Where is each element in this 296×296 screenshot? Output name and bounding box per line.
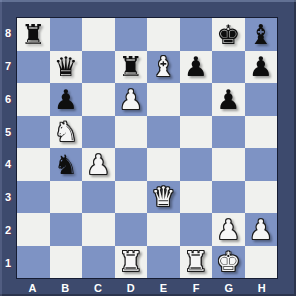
square-e1[interactable] <box>147 246 180 279</box>
square-d5[interactable] <box>115 116 148 149</box>
file-label-d: D <box>114 280 147 296</box>
black-rook-d7[interactable]: ♜ <box>119 53 143 80</box>
square-d1[interactable]: ♜ <box>115 246 148 279</box>
square-a1[interactable] <box>17 246 50 279</box>
white-pawn-d6[interactable]: ♟ <box>119 86 143 113</box>
square-h1[interactable] <box>245 246 278 279</box>
square-d8[interactable] <box>115 18 148 51</box>
white-king-g1[interactable]: ♚ <box>216 248 240 275</box>
square-c5[interactable] <box>82 116 115 149</box>
square-e2[interactable] <box>147 213 180 246</box>
black-bishop-h8[interactable]: ♝ <box>249 21 273 48</box>
square-g3[interactable] <box>212 181 245 214</box>
square-b3[interactable] <box>50 181 83 214</box>
square-c1[interactable] <box>82 246 115 279</box>
square-c4[interactable]: ♟ <box>82 148 115 181</box>
square-g2[interactable]: ♟ <box>212 213 245 246</box>
file-label-f: F <box>180 280 213 296</box>
square-b4[interactable]: ♞ <box>50 148 83 181</box>
square-e3[interactable]: ♛ <box>147 181 180 214</box>
chess-board: ♜♚♝♛♜♝♟♟♟♟♟♞♞♟♛♟♟♜♜♚ <box>16 17 278 279</box>
rank-label-8: 8 <box>0 17 16 50</box>
black-pawn-g6[interactable]: ♟ <box>216 86 240 113</box>
square-g7[interactable] <box>212 51 245 84</box>
square-e7[interactable]: ♝ <box>147 51 180 84</box>
square-h8[interactable]: ♝ <box>245 18 278 51</box>
chess-board-frame: 87654321 ♜♚♝♛♜♝♟♟♟♟♟♞♞♟♛♟♟♜♜♚ ABCDEFGH <box>0 0 296 296</box>
black-pawn-h7[interactable]: ♟ <box>249 53 273 80</box>
square-a3[interactable] <box>17 181 50 214</box>
rank-label-6: 6 <box>0 83 16 116</box>
square-c7[interactable] <box>82 51 115 84</box>
square-a2[interactable] <box>17 213 50 246</box>
square-f3[interactable] <box>180 181 213 214</box>
file-label-e: E <box>147 280 180 296</box>
black-pawn-b6[interactable]: ♟ <box>54 86 78 113</box>
square-b7[interactable]: ♛ <box>50 51 83 84</box>
square-a6[interactable] <box>17 83 50 116</box>
square-a7[interactable] <box>17 51 50 84</box>
file-label-c: C <box>82 280 115 296</box>
black-rook-a8[interactable]: ♜ <box>21 21 45 48</box>
square-g4[interactable] <box>212 148 245 181</box>
square-b2[interactable] <box>50 213 83 246</box>
rank-label-3: 3 <box>0 181 16 214</box>
rank-label-4: 4 <box>0 148 16 181</box>
white-pawn-h2[interactable]: ♟ <box>249 216 273 243</box>
white-rook-d1[interactable]: ♜ <box>119 248 143 275</box>
square-c2[interactable] <box>82 213 115 246</box>
square-g1[interactable]: ♚ <box>212 246 245 279</box>
square-f5[interactable] <box>180 116 213 149</box>
square-b5[interactable]: ♞ <box>50 116 83 149</box>
square-g5[interactable] <box>212 116 245 149</box>
square-c8[interactable] <box>82 18 115 51</box>
square-b1[interactable] <box>50 246 83 279</box>
black-queen-b7[interactable]: ♛ <box>54 53 78 80</box>
square-f4[interactable] <box>180 148 213 181</box>
square-f6[interactable] <box>180 83 213 116</box>
rank-label-5: 5 <box>0 115 16 148</box>
file-label-h: H <box>245 280 278 296</box>
square-b8[interactable] <box>50 18 83 51</box>
file-label-g: G <box>213 280 246 296</box>
square-a8[interactable]: ♜ <box>17 18 50 51</box>
square-a4[interactable] <box>17 148 50 181</box>
rank-label-7: 7 <box>0 50 16 83</box>
square-g8[interactable]: ♚ <box>212 18 245 51</box>
file-label-b: B <box>49 280 82 296</box>
rank-labels: 87654321 <box>0 17 16 279</box>
square-h4[interactable] <box>245 148 278 181</box>
square-e8[interactable] <box>147 18 180 51</box>
square-h7[interactable]: ♟ <box>245 51 278 84</box>
square-h2[interactable]: ♟ <box>245 213 278 246</box>
white-queen-e3[interactable]: ♛ <box>151 183 175 210</box>
black-king-g8[interactable]: ♚ <box>216 21 240 48</box>
square-f2[interactable] <box>180 213 213 246</box>
square-g6[interactable]: ♟ <box>212 83 245 116</box>
square-d7[interactable]: ♜ <box>115 51 148 84</box>
black-knight-b4[interactable]: ♞ <box>54 151 78 178</box>
square-a5[interactable] <box>17 116 50 149</box>
square-e6[interactable] <box>147 83 180 116</box>
rank-label-1: 1 <box>0 246 16 279</box>
square-c3[interactable] <box>82 181 115 214</box>
file-label-a: A <box>16 280 49 296</box>
white-rook-f1[interactable]: ♜ <box>184 248 208 275</box>
square-f7[interactable]: ♟ <box>180 51 213 84</box>
square-f1[interactable]: ♜ <box>180 246 213 279</box>
square-f8[interactable] <box>180 18 213 51</box>
file-labels: ABCDEFGH <box>16 280 278 296</box>
square-h6[interactable] <box>245 83 278 116</box>
square-b6[interactable]: ♟ <box>50 83 83 116</box>
white-knight-b5[interactable]: ♞ <box>54 118 78 145</box>
square-e5[interactable] <box>147 116 180 149</box>
square-d3[interactable] <box>115 181 148 214</box>
white-bishop-e7[interactable]: ♝ <box>151 53 175 80</box>
square-d6[interactable]: ♟ <box>115 83 148 116</box>
rank-label-2: 2 <box>0 214 16 247</box>
white-pawn-c4[interactable]: ♟ <box>86 151 110 178</box>
square-d2[interactable] <box>115 213 148 246</box>
square-h5[interactable] <box>245 116 278 149</box>
square-e4[interactable] <box>147 148 180 181</box>
black-pawn-f7[interactable]: ♟ <box>184 53 208 80</box>
square-d4[interactable] <box>115 148 148 181</box>
white-pawn-g2[interactable]: ♟ <box>216 216 240 243</box>
square-c6[interactable] <box>82 83 115 116</box>
square-h3[interactable] <box>245 181 278 214</box>
